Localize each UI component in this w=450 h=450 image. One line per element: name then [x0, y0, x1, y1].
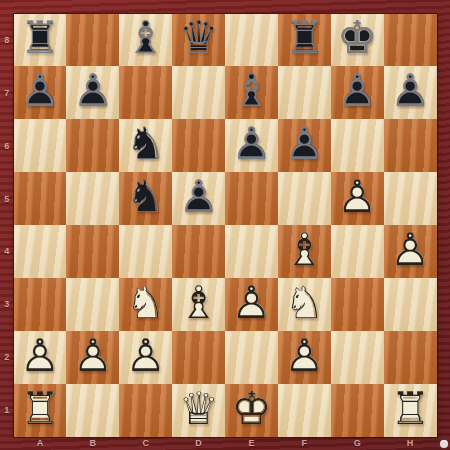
file-label-e: E — [225, 437, 278, 450]
square-h8[interactable] — [384, 14, 437, 67]
piece-glyph-outline: ♗ — [119, 12, 172, 65]
file-label-b: B — [66, 437, 119, 450]
square-f1[interactable] — [278, 384, 331, 437]
piece-black-king[interactable]: ♚♔ — [331, 14, 384, 67]
piece-glyph-outline: ♙ — [119, 329, 172, 382]
square-a5[interactable] — [14, 172, 67, 225]
file-label-a: A — [14, 437, 67, 450]
piece-glyph-outline: ♗ — [278, 223, 331, 276]
piece-glyph-outline: ♗ — [172, 276, 225, 329]
square-g4[interactable] — [331, 225, 384, 278]
square-b1[interactable] — [66, 384, 119, 437]
square-b4[interactable] — [66, 225, 119, 278]
square-a8[interactable]: ♜♖ — [14, 14, 67, 67]
square-a6[interactable] — [14, 119, 67, 172]
piece-glyph-outline: ♘ — [119, 170, 172, 223]
square-d1[interactable]: ♛♕ — [172, 384, 225, 437]
file-label-c: C — [119, 437, 172, 450]
square-h7[interactable]: ♟♙ — [384, 66, 437, 119]
square-g8[interactable]: ♚♔ — [331, 14, 384, 67]
piece-black-pawn[interactable]: ♟♙ — [66, 66, 119, 119]
piece-glyph-outline: ♙ — [384, 223, 437, 276]
piece-white-knight[interactable]: ♞♘ — [278, 278, 331, 331]
piece-glyph-outline: ♘ — [119, 276, 172, 329]
piece-black-pawn[interactable]: ♟♙ — [225, 119, 278, 172]
piece-glyph-outline: ♕ — [172, 382, 225, 435]
rank-label-4: 4 — [0, 225, 14, 278]
rank-label-6: 6 — [0, 119, 14, 172]
square-f4[interactable]: ♝♗ — [278, 225, 331, 278]
square-b6[interactable] — [66, 119, 119, 172]
square-h1[interactable]: ♜♖ — [384, 384, 437, 437]
square-g2[interactable] — [331, 331, 384, 384]
rank-label-1: 1 — [0, 384, 14, 437]
square-d2[interactable] — [172, 331, 225, 384]
piece-glyph-outline: ♙ — [225, 117, 278, 170]
piece-glyph-outline: ♗ — [225, 64, 278, 117]
piece-black-bishop[interactable]: ♝♗ — [225, 66, 278, 119]
piece-white-pawn[interactable]: ♟♙ — [278, 331, 331, 384]
square-f2[interactable]: ♟♙ — [278, 331, 331, 384]
square-g6[interactable] — [331, 119, 384, 172]
piece-black-queen[interactable]: ♛♕ — [172, 14, 225, 67]
square-g1[interactable] — [331, 384, 384, 437]
piece-white-queen[interactable]: ♛♕ — [172, 384, 225, 437]
rank-label-5: 5 — [0, 172, 14, 225]
square-b8[interactable] — [66, 14, 119, 67]
piece-white-pawn[interactable]: ♟♙ — [66, 331, 119, 384]
side-to-move-indicator — [440, 440, 448, 448]
square-e8[interactable] — [225, 14, 278, 67]
piece-black-pawn[interactable]: ♟♙ — [172, 172, 225, 225]
square-b5[interactable] — [66, 172, 119, 225]
piece-white-rook[interactable]: ♜♖ — [384, 384, 437, 437]
piece-white-pawn[interactable]: ♟♙ — [225, 278, 278, 331]
square-f7[interactable] — [278, 66, 331, 119]
square-h4[interactable]: ♟♙ — [384, 225, 437, 278]
piece-black-knight[interactable]: ♞♘ — [119, 119, 172, 172]
rank-label-7: 7 — [0, 66, 14, 119]
square-c2[interactable]: ♟♙ — [119, 331, 172, 384]
square-f8[interactable]: ♜♖ — [278, 14, 331, 67]
piece-glyph-outline: ♖ — [14, 382, 67, 435]
square-c4[interactable] — [119, 225, 172, 278]
rank-label-2: 2 — [0, 331, 14, 384]
square-c1[interactable] — [119, 384, 172, 437]
piece-white-pawn[interactable]: ♟♙ — [119, 331, 172, 384]
square-d3[interactable]: ♝♗ — [172, 278, 225, 331]
square-e1[interactable]: ♚♔ — [225, 384, 278, 437]
piece-glyph-outline: ♘ — [278, 276, 331, 329]
square-e7[interactable]: ♝♗ — [225, 66, 278, 119]
square-a4[interactable] — [14, 225, 67, 278]
square-f3[interactable]: ♞♘ — [278, 278, 331, 331]
piece-black-knight[interactable]: ♞♘ — [119, 172, 172, 225]
square-e4[interactable] — [225, 225, 278, 278]
square-c8[interactable]: ♝♗ — [119, 14, 172, 67]
piece-white-rook[interactable]: ♜♖ — [14, 384, 67, 437]
file-label-h: H — [384, 437, 437, 450]
piece-glyph-outline: ♙ — [14, 329, 67, 382]
square-a2[interactable]: ♟♙ — [14, 331, 67, 384]
square-e5[interactable] — [225, 172, 278, 225]
piece-glyph-outline: ♙ — [172, 170, 225, 223]
piece-glyph-outline: ♙ — [278, 117, 331, 170]
square-h2[interactable] — [384, 331, 437, 384]
square-d6[interactable] — [172, 119, 225, 172]
square-b2[interactable]: ♟♙ — [66, 331, 119, 384]
square-f6[interactable]: ♟♙ — [278, 119, 331, 172]
piece-glyph-outline: ♘ — [119, 117, 172, 170]
square-h5[interactable] — [384, 172, 437, 225]
square-e6[interactable]: ♟♙ — [225, 119, 278, 172]
square-f5[interactable] — [278, 172, 331, 225]
square-c5[interactable]: ♞♘ — [119, 172, 172, 225]
square-c6[interactable]: ♞♘ — [119, 119, 172, 172]
piece-black-bishop[interactable]: ♝♗ — [119, 14, 172, 67]
square-d8[interactable]: ♛♕ — [172, 14, 225, 67]
piece-glyph-outline: ♙ — [14, 64, 67, 117]
square-c7[interactable] — [119, 66, 172, 119]
square-h6[interactable] — [384, 119, 437, 172]
square-g5[interactable]: ♟♙ — [331, 172, 384, 225]
rank-label-8: 8 — [0, 14, 14, 67]
chess-diagram: ♜♖♝♗♛♕♜♖♚♔♟♙♟♙♝♗♟♙♟♙♞♘♟♙♟♙♞♘♟♙♟♙♝♗♟♙♞♘♝♗… — [0, 0, 450, 450]
chess-board: ♜♖♝♗♛♕♜♖♚♔♟♙♟♙♝♗♟♙♟♙♞♘♟♙♟♙♞♘♟♙♟♙♝♗♟♙♞♘♝♗… — [14, 14, 437, 437]
square-c3[interactable]: ♞♘ — [119, 278, 172, 331]
piece-glyph-outline: ♔ — [225, 382, 278, 435]
rank-label-3: 3 — [0, 278, 14, 331]
piece-white-knight[interactable]: ♞♘ — [119, 278, 172, 331]
square-a1[interactable]: ♜♖ — [14, 384, 67, 437]
piece-black-rook[interactable]: ♜♖ — [14, 14, 67, 67]
file-label-d: D — [172, 437, 225, 450]
piece-black-rook[interactable]: ♜♖ — [278, 14, 331, 67]
piece-white-pawn[interactable]: ♟♙ — [384, 225, 437, 278]
piece-glyph-outline: ♙ — [278, 329, 331, 382]
piece-glyph-outline: ♖ — [278, 12, 331, 65]
piece-glyph-outline: ♙ — [225, 276, 278, 329]
piece-black-pawn[interactable]: ♟♙ — [14, 66, 67, 119]
piece-black-pawn[interactable]: ♟♙ — [278, 119, 331, 172]
square-b7[interactable]: ♟♙ — [66, 66, 119, 119]
piece-glyph-outline: ♔ — [331, 12, 384, 65]
square-g7[interactable]: ♟♙ — [331, 66, 384, 119]
piece-glyph-outline: ♙ — [66, 329, 119, 382]
piece-glyph-outline: ♖ — [384, 382, 437, 435]
square-h3[interactable] — [384, 278, 437, 331]
square-a7[interactable]: ♟♙ — [14, 66, 67, 119]
piece-glyph-outline: ♙ — [384, 64, 437, 117]
square-a3[interactable] — [14, 278, 67, 331]
piece-glyph-outline: ♙ — [331, 64, 384, 117]
square-e2[interactable] — [225, 331, 278, 384]
piece-white-pawn[interactable]: ♟♙ — [331, 172, 384, 225]
piece-glyph-outline: ♖ — [14, 12, 67, 65]
file-label-g: G — [331, 437, 384, 450]
piece-glyph-outline: ♕ — [172, 12, 225, 65]
piece-glyph-outline: ♙ — [66, 64, 119, 117]
square-b3[interactable] — [66, 278, 119, 331]
square-d7[interactable] — [172, 66, 225, 119]
piece-white-pawn[interactable]: ♟♙ — [14, 331, 67, 384]
square-d4[interactable] — [172, 225, 225, 278]
piece-black-pawn[interactable]: ♟♙ — [331, 66, 384, 119]
piece-white-bishop[interactable]: ♝♗ — [172, 278, 225, 331]
piece-glyph-outline: ♙ — [331, 170, 384, 223]
piece-black-pawn[interactable]: ♟♙ — [384, 66, 437, 119]
square-d5[interactable]: ♟♙ — [172, 172, 225, 225]
square-g3[interactable] — [331, 278, 384, 331]
square-e3[interactable]: ♟♙ — [225, 278, 278, 331]
piece-white-bishop[interactable]: ♝♗ — [278, 225, 331, 278]
file-label-f: F — [278, 437, 331, 450]
piece-white-king[interactable]: ♚♔ — [225, 384, 278, 437]
